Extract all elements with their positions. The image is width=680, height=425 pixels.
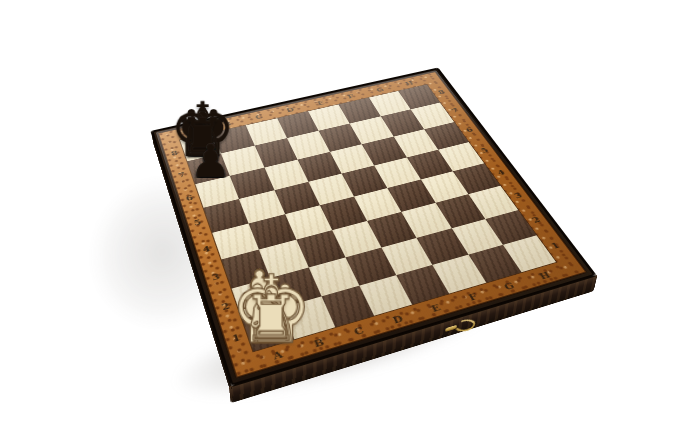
photo-scene: ABCDEFGH ABCDEFGH 87654321 87654321 ♜♞♝♛…	[0, 0, 680, 425]
